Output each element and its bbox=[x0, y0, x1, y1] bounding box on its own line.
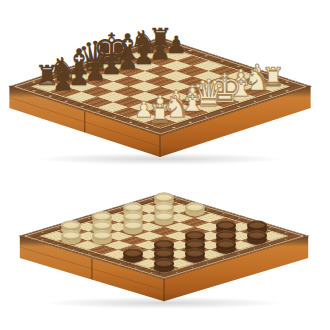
frame-coordinate-mark bbox=[32, 81, 36, 82]
frame-coordinate-mark bbox=[129, 50, 133, 51]
frame-coordinate-mark bbox=[188, 121, 192, 122]
frame-coordinate-mark bbox=[48, 95, 52, 96]
frame-coordinate-mark bbox=[188, 50, 192, 51]
frame-coordinate-mark bbox=[145, 127, 149, 128]
frame-coordinate-mark bbox=[204, 55, 208, 56]
product-photo-stage: ♜♟♟♜♞♟♟♞♝♟♟♝♚♟♟♚♛♟♟♛♝♟♟♝♞♟♟♞♜♟♟♜ bbox=[0, 0, 330, 330]
frame-coordinate-mark bbox=[285, 81, 289, 82]
